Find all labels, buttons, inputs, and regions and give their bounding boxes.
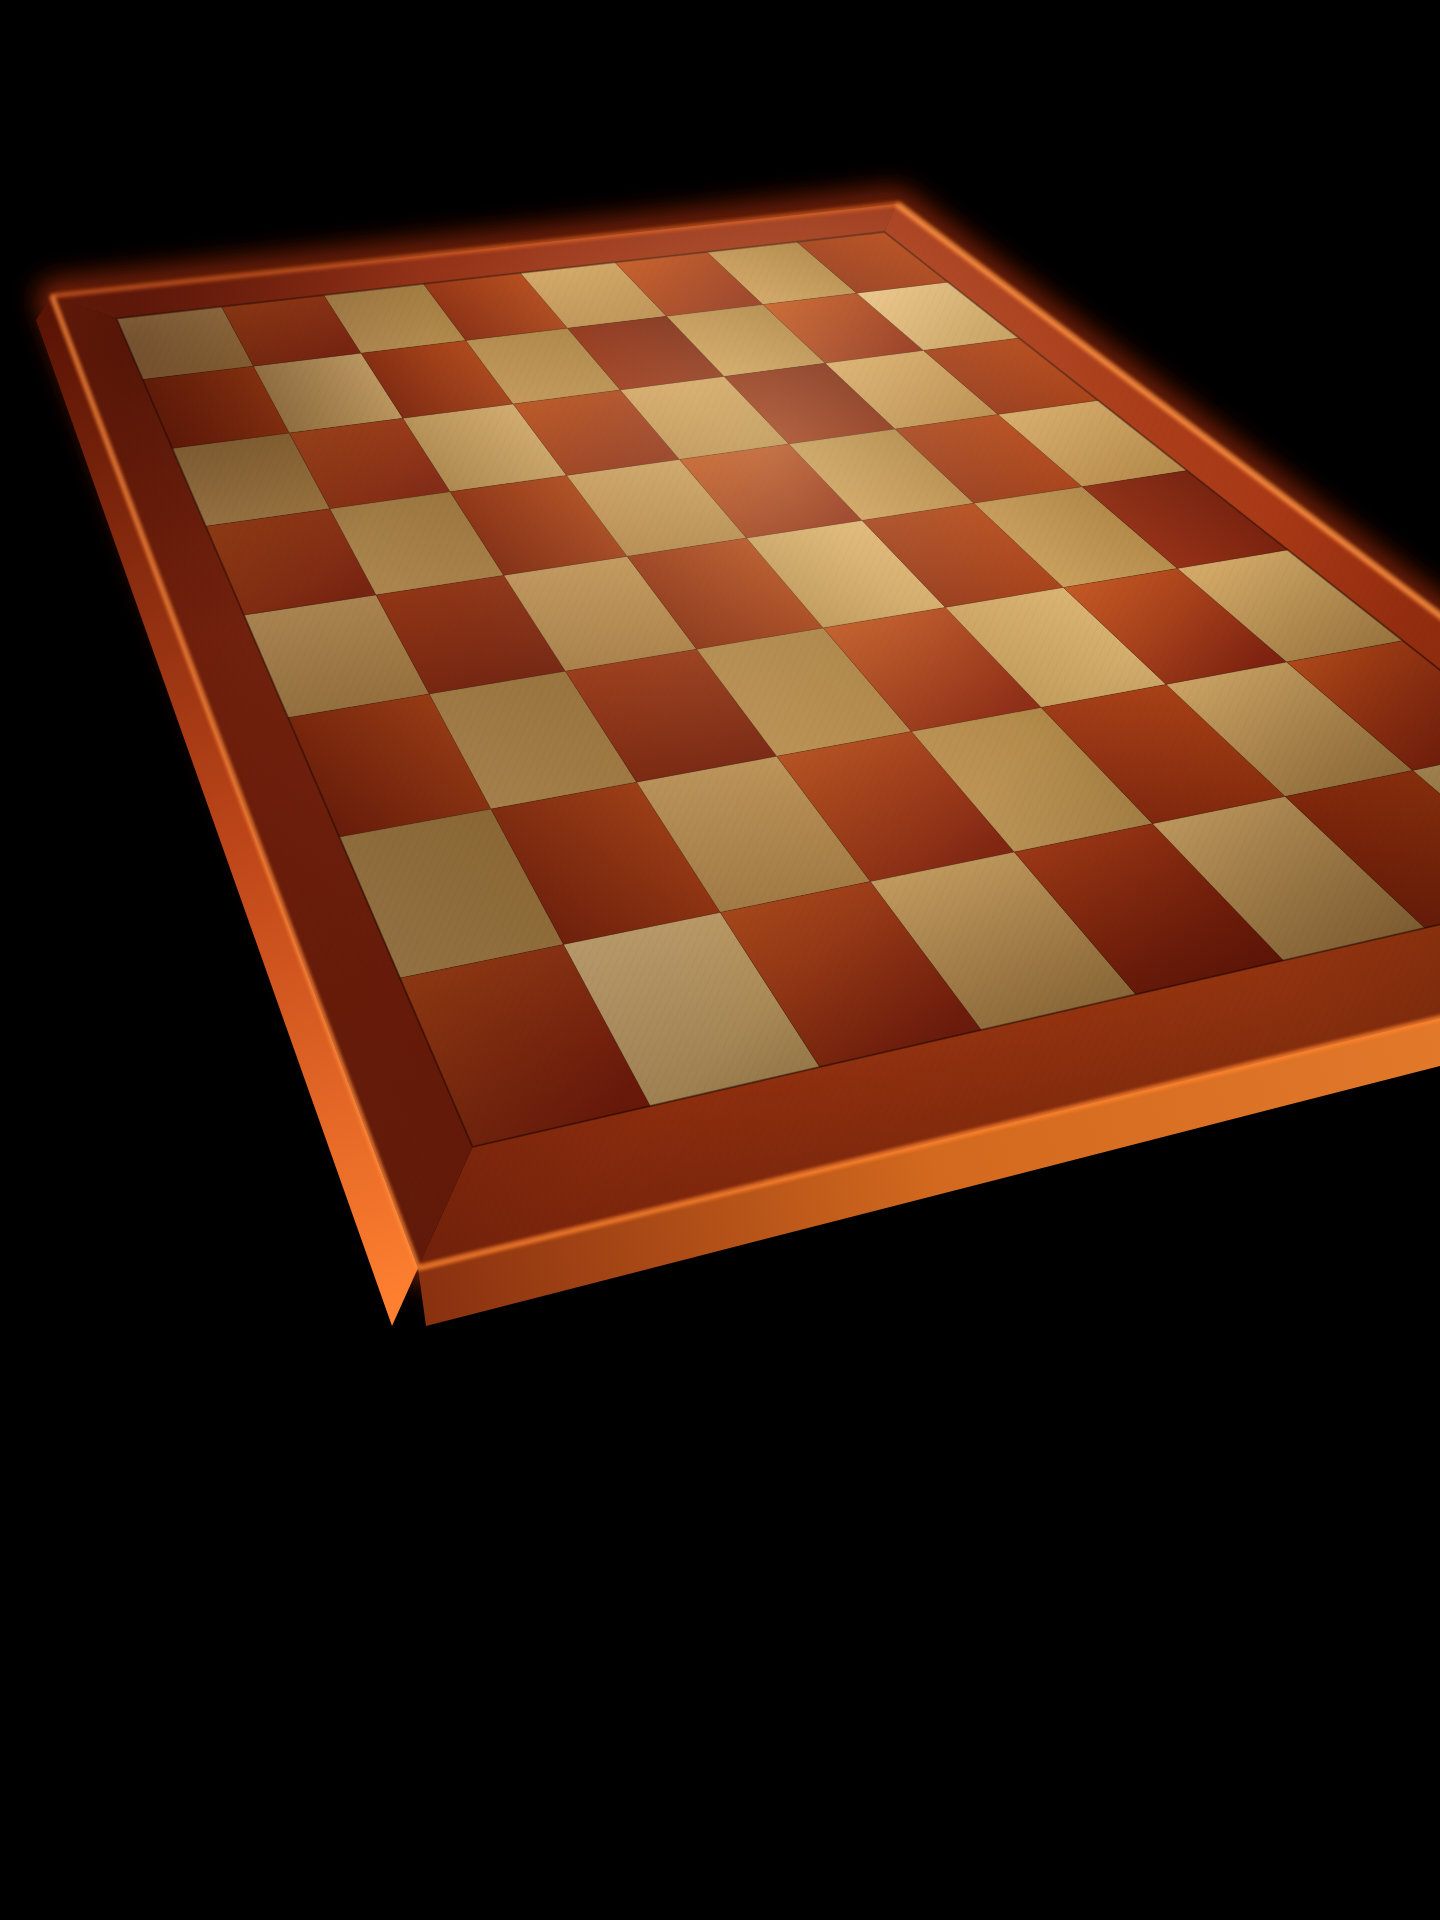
chessboard xyxy=(0,0,1440,1920)
photo-scene xyxy=(0,0,1440,1920)
